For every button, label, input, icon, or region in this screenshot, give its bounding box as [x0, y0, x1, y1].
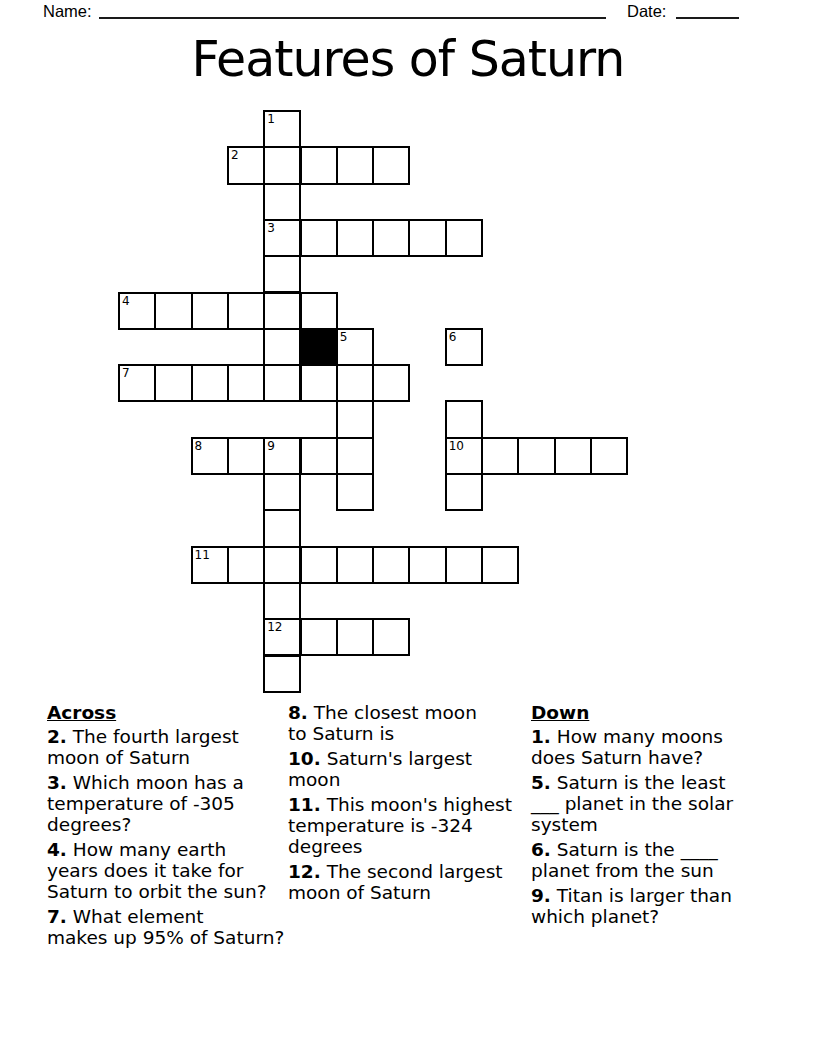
- cell-r7c2[interactable]: [191, 364, 229, 402]
- clue-number: 9.: [531, 885, 551, 906]
- cell-r12c2[interactable]: 11: [191, 546, 229, 584]
- cell-r9c5[interactable]: [300, 437, 338, 475]
- cell-r6c4[interactable]: [263, 328, 301, 366]
- cell-r0c4[interactable]: 1: [263, 110, 301, 148]
- cell-r11c4[interactable]: [263, 509, 301, 547]
- clue-across-10: 10. Saturn's largest moon: [288, 748, 526, 790]
- down-clues-column: Down1. How many moons does Saturn have?5…: [531, 702, 769, 931]
- grid-number-4: 4: [122, 294, 130, 308]
- clue-across-3: 3. Which moon has a temperature of -305 …: [47, 772, 285, 835]
- cell-r9c12[interactable]: [554, 437, 592, 475]
- cell-r3c9[interactable]: [445, 219, 483, 257]
- cell-r5c4[interactable]: [263, 292, 301, 330]
- cell-r14c5[interactable]: [300, 618, 338, 656]
- cell-r10c6[interactable]: [336, 473, 374, 511]
- cell-r5c0[interactable]: 4: [118, 292, 156, 330]
- clue-down-5: 5. Saturn is the least ___ planet in the…: [531, 772, 769, 835]
- cell-r3c4[interactable]: 3: [263, 219, 301, 257]
- cell-r12c3[interactable]: [227, 546, 265, 584]
- cell-r1c4[interactable]: [263, 146, 301, 184]
- grid-number-1: 1: [267, 112, 275, 126]
- name-blank-line[interactable]: [99, 0, 606, 19]
- across-clues-column-1: Across2. The fourth largest moon of Satu…: [47, 702, 285, 952]
- across-clues-column-2: 8. The closest moon to Saturn is10. Satu…: [288, 702, 526, 907]
- cell-r9c3[interactable]: [227, 437, 265, 475]
- cell-r13c4[interactable]: [263, 582, 301, 620]
- grid-number-10: 10: [449, 439, 464, 453]
- name-label: Name:: [43, 3, 92, 20]
- clue-number: 4.: [47, 839, 67, 860]
- cell-r3c8[interactable]: [408, 219, 446, 257]
- cell-r12c8[interactable]: [408, 546, 446, 584]
- clue-down-6: 6. Saturn is the ____ planet from the su…: [531, 839, 769, 881]
- clue-number: 12.: [288, 861, 321, 882]
- grid-number-3: 3: [267, 221, 275, 235]
- cell-r9c6[interactable]: [336, 437, 374, 475]
- cell-r5c5[interactable]: [300, 292, 338, 330]
- cell-r9c4[interactable]: 9: [263, 437, 301, 475]
- grid-number-8: 8: [195, 439, 203, 453]
- page-title: Features of Saturn: [0, 35, 816, 84]
- cell-r9c13[interactable]: [590, 437, 628, 475]
- cell-r8c9[interactable]: [445, 400, 483, 438]
- across-heading: Across: [47, 702, 285, 723]
- clue-number: 8.: [288, 702, 308, 723]
- cell-r9c10[interactable]: [481, 437, 519, 475]
- clue-number: 7.: [47, 906, 67, 927]
- cell-r7c1[interactable]: [154, 364, 192, 402]
- date-label: Date:: [627, 3, 666, 20]
- grid-number-5: 5: [340, 330, 348, 344]
- clue-across-2: 2. The fourth largest moon of Saturn: [47, 726, 285, 768]
- grid-number-11: 11: [195, 548, 210, 562]
- clue-number: 10.: [288, 748, 321, 769]
- cell-r3c7[interactable]: [372, 219, 410, 257]
- cell-r7c5[interactable]: [300, 364, 338, 402]
- cell-r15c4[interactable]: [263, 655, 301, 693]
- crossword-grid: 123456789101112: [118, 110, 630, 694]
- cell-r4c4[interactable]: [263, 255, 301, 293]
- cell-r8c6[interactable]: [336, 400, 374, 438]
- cell-r12c7[interactable]: [372, 546, 410, 584]
- clue-number: 5.: [531, 772, 551, 793]
- clue-down-9: 9. Titan is larger than which planet?: [531, 885, 769, 927]
- cell-r2c4[interactable]: [263, 183, 301, 221]
- cell-r10c4[interactable]: [263, 473, 301, 511]
- clue-down-1: 1. How many moons does Saturn have?: [531, 726, 769, 768]
- cell-r1c6[interactable]: [336, 146, 374, 184]
- cell-r12c5[interactable]: [300, 546, 338, 584]
- cell-r14c4[interactable]: 12: [263, 618, 301, 656]
- clue-across-4: 4. How many earth years does it take for…: [47, 839, 285, 902]
- clue-number: 1.: [531, 726, 551, 747]
- down-heading: Down: [531, 702, 769, 723]
- cell-r3c5[interactable]: [300, 219, 338, 257]
- cell-r5c3[interactable]: [227, 292, 265, 330]
- cell-r12c6[interactable]: [336, 546, 374, 584]
- clue-across-7: 7. What element makes up 95% of Saturn?: [47, 906, 285, 948]
- cell-r7c4[interactable]: [263, 364, 301, 402]
- grid-number-9: 9: [267, 439, 275, 453]
- cell-r12c4[interactable]: [263, 546, 301, 584]
- grid-number-6: 6: [449, 330, 457, 344]
- cell-r6c6[interactable]: 5: [336, 328, 374, 366]
- grid-number-12: 12: [267, 620, 282, 634]
- cell-r7c7[interactable]: [372, 364, 410, 402]
- grid-number-2: 2: [231, 148, 239, 162]
- cell-r6c9[interactable]: 6: [445, 328, 483, 366]
- cell-r1c7[interactable]: [372, 146, 410, 184]
- grid-number-7: 7: [122, 366, 130, 380]
- cell-r7c3[interactable]: [227, 364, 265, 402]
- cell-r5c1[interactable]: [154, 292, 192, 330]
- cell-r9c2[interactable]: 8: [191, 437, 229, 475]
- clue-number: 2.: [47, 726, 67, 747]
- clue-across-11: 11. This moon's highest temperature is -…: [288, 794, 526, 857]
- cell-r12c10[interactable]: [481, 546, 519, 584]
- cell-r10c9[interactable]: [445, 473, 483, 511]
- clue-number: 3.: [47, 772, 67, 793]
- cell-r9c9[interactable]: 10: [445, 437, 483, 475]
- cell-r5c2[interactable]: [191, 292, 229, 330]
- cell-r7c6[interactable]: [336, 364, 374, 402]
- black-cell: [300, 328, 338, 366]
- cell-r7c0[interactable]: 7: [118, 364, 156, 402]
- clue-across-12: 12. The second largest moon of Saturn: [288, 861, 526, 903]
- cell-r12c9[interactable]: [445, 546, 483, 584]
- clue-number: 6.: [531, 839, 551, 860]
- cell-r14c6[interactable]: [336, 618, 374, 656]
- clue-across-8: 8. The closest moon to Saturn is: [288, 702, 526, 744]
- cell-r14c7[interactable]: [372, 618, 410, 656]
- date-blank-line[interactable]: [676, 0, 739, 19]
- cell-r3c6[interactable]: [336, 219, 374, 257]
- clue-number: 11.: [288, 794, 321, 815]
- cell-r1c5[interactable]: [300, 146, 338, 184]
- cell-r1c3[interactable]: 2: [227, 146, 265, 184]
- cell-r9c11[interactable]: [517, 437, 555, 475]
